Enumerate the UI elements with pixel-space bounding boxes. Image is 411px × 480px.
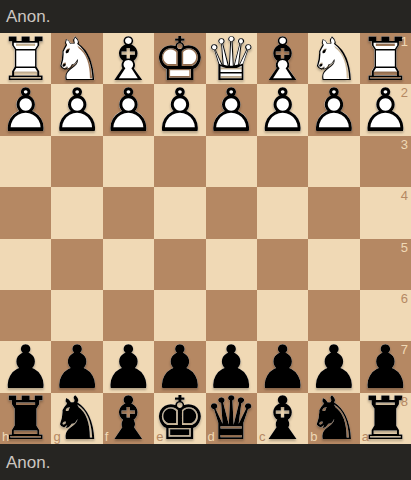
square-e8[interactable]: ♚♚e [154, 393, 205, 444]
square-b6[interactable] [308, 290, 359, 341]
square-f5[interactable] [103, 239, 154, 290]
piece-glyph-fill: ♚ [154, 33, 205, 84]
square-a6[interactable]: 6 [360, 290, 411, 341]
square-c6[interactable] [257, 290, 308, 341]
square-g1[interactable]: ♞♘ [51, 33, 102, 84]
coord-file-h: h [2, 430, 9, 443]
coord-file-d: d [208, 430, 215, 443]
piece-glyph-fill: ♝ [103, 33, 154, 84]
piece-glyph-fill: ♟ [308, 84, 359, 135]
square-g5[interactable] [51, 239, 102, 290]
piece-glyph-fill: ♜ [0, 393, 51, 444]
white-pawn-piece: ♟♙ [103, 84, 154, 135]
piece-glyph-outline: ♟ [51, 341, 102, 392]
piece-glyph-fill: ♟ [206, 341, 257, 392]
coord-rank-8: 8 [401, 395, 408, 408]
piece-glyph-outline: ♟ [154, 341, 205, 392]
piece-glyph-outline: ♖ [0, 33, 51, 84]
square-b1[interactable]: ♞♘ [308, 33, 359, 84]
square-h3[interactable] [0, 136, 51, 187]
piece-glyph-fill: ♟ [0, 341, 51, 392]
square-b8[interactable]: ♞♞b [308, 393, 359, 444]
black-king-piece: ♚♚ [154, 393, 205, 444]
player-bar-top: Anon. [0, 0, 411, 33]
piece-glyph-fill: ♟ [360, 84, 411, 135]
piece-glyph-fill: ♟ [257, 341, 308, 392]
piece-glyph-fill: ♞ [51, 393, 102, 444]
white-bishop-piece: ♝♗ [257, 33, 308, 84]
piece-glyph-outline: ♗ [257, 33, 308, 84]
square-b3[interactable] [308, 136, 359, 187]
square-f3[interactable] [103, 136, 154, 187]
piece-glyph-fill: ♟ [360, 341, 411, 392]
player-name-bottom: Anon. [6, 454, 50, 471]
white-pawn-piece: ♟♙ [308, 84, 359, 135]
square-c3[interactable] [257, 136, 308, 187]
square-c2[interactable]: ♟♙ [257, 84, 308, 135]
square-b4[interactable] [308, 187, 359, 238]
piece-glyph-fill: ♟ [103, 341, 154, 392]
square-a7[interactable]: ♟♟7 [360, 341, 411, 392]
piece-glyph-outline: ♙ [103, 84, 154, 135]
white-pawn-piece: ♟♙ [360, 84, 411, 135]
square-g8[interactable]: ♞♞g [51, 393, 102, 444]
black-pawn-piece: ♟♟ [51, 341, 102, 392]
square-c5[interactable] [257, 239, 308, 290]
piece-glyph-outline: ♖ [360, 33, 411, 84]
piece-glyph-outline: ♙ [154, 84, 205, 135]
piece-glyph-outline: ♟ [257, 341, 308, 392]
coord-rank-7: 7 [401, 343, 408, 356]
piece-glyph-outline: ♟ [0, 341, 51, 392]
square-f8[interactable]: ♝♝f [103, 393, 154, 444]
square-e2[interactable]: ♟♙ [154, 84, 205, 135]
black-bishop-piece: ♝♝ [257, 393, 308, 444]
coord-file-f: f [105, 430, 109, 443]
white-pawn-piece: ♟♙ [206, 84, 257, 135]
white-rook-piece: ♜♖ [0, 33, 51, 84]
square-c8[interactable]: ♝♝c [257, 393, 308, 444]
black-pawn-piece: ♟♟ [360, 341, 411, 392]
square-d2[interactable]: ♟♙ [206, 84, 257, 135]
white-rook-piece: ♜♖ [360, 33, 411, 84]
white-knight-piece: ♞♘ [51, 33, 102, 84]
piece-glyph-outline: ♘ [308, 33, 359, 84]
square-g7[interactable]: ♟♟ [51, 341, 102, 392]
piece-glyph-fill: ♝ [257, 33, 308, 84]
square-g3[interactable] [51, 136, 102, 187]
piece-glyph-fill: ♟ [257, 84, 308, 135]
coord-file-a: a [362, 430, 369, 443]
piece-glyph-fill: ♜ [360, 393, 411, 444]
square-d4[interactable] [206, 187, 257, 238]
square-h6[interactable] [0, 290, 51, 341]
square-h4[interactable] [0, 187, 51, 238]
piece-glyph-fill: ♞ [308, 393, 359, 444]
coord-rank-4: 4 [401, 189, 408, 202]
piece-glyph-fill: ♜ [360, 33, 411, 84]
square-h7[interactable]: ♟♟ [0, 341, 51, 392]
square-e1[interactable]: ♚♔ [154, 33, 205, 84]
square-f7[interactable]: ♟♟ [103, 341, 154, 392]
white-pawn-piece: ♟♙ [257, 84, 308, 135]
square-e5[interactable] [154, 239, 205, 290]
piece-glyph-fill: ♟ [103, 84, 154, 135]
square-c1[interactable]: ♝♗ [257, 33, 308, 84]
piece-glyph-outline: ♜ [360, 393, 411, 444]
coord-file-c: c [259, 430, 266, 443]
coord-rank-2: 2 [401, 86, 408, 99]
square-a8[interactable]: ♜♜8a [360, 393, 411, 444]
coord-file-e: e [156, 430, 163, 443]
piece-glyph-fill: ♛ [206, 393, 257, 444]
game-screen: Anon. ♜♖♞♘♝♗♚♔♛♕♝♗♞♘♜♖1♟♙♟♙♟♙♟♙♟♙♟♙♟♙♟♙2… [0, 0, 411, 480]
black-rook-piece: ♜♜ [0, 393, 51, 444]
square-a2[interactable]: ♟♙2 [360, 84, 411, 135]
square-d7[interactable]: ♟♟ [206, 341, 257, 392]
piece-glyph-outline: ♙ [206, 84, 257, 135]
coord-rank-6: 6 [401, 292, 408, 305]
piece-glyph-outline: ♞ [308, 393, 359, 444]
black-knight-piece: ♞♞ [51, 393, 102, 444]
piece-glyph-outline: ♕ [206, 33, 257, 84]
white-knight-piece: ♞♘ [308, 33, 359, 84]
piece-glyph-outline: ♟ [360, 341, 411, 392]
piece-glyph-outline: ♞ [51, 393, 102, 444]
coord-rank-1: 1 [401, 35, 408, 48]
black-bishop-piece: ♝♝ [103, 393, 154, 444]
square-d5[interactable] [206, 239, 257, 290]
square-e6[interactable] [154, 290, 205, 341]
piece-glyph-fill: ♝ [103, 393, 154, 444]
piece-glyph-outline: ♙ [360, 84, 411, 135]
square-h8[interactable]: ♜♜h [0, 393, 51, 444]
piece-glyph-outline: ♝ [103, 393, 154, 444]
player-bar-bottom: Anon. [0, 444, 411, 480]
square-d3[interactable] [206, 136, 257, 187]
white-pawn-piece: ♟♙ [51, 84, 102, 135]
square-a1[interactable]: ♜♖1 [360, 33, 411, 84]
piece-glyph-fill: ♞ [51, 33, 102, 84]
black-knight-piece: ♞♞ [308, 393, 359, 444]
black-pawn-piece: ♟♟ [103, 341, 154, 392]
piece-glyph-outline: ♘ [51, 33, 102, 84]
square-d1[interactable]: ♛♕ [206, 33, 257, 84]
square-f1[interactable]: ♝♗ [103, 33, 154, 84]
piece-glyph-outline: ♚ [154, 393, 205, 444]
black-queen-piece: ♛♛ [206, 393, 257, 444]
square-c7[interactable]: ♟♟ [257, 341, 308, 392]
piece-glyph-outline: ♟ [103, 341, 154, 392]
square-h2[interactable]: ♟♙ [0, 84, 51, 135]
square-f4[interactable] [103, 187, 154, 238]
piece-glyph-fill: ♜ [0, 33, 51, 84]
white-bishop-piece: ♝♗ [103, 33, 154, 84]
piece-glyph-outline: ♙ [308, 84, 359, 135]
square-c4[interactable] [257, 187, 308, 238]
player-name-top: Anon. [6, 8, 50, 25]
square-e7[interactable]: ♟♟ [154, 341, 205, 392]
square-f2[interactable]: ♟♙ [103, 84, 154, 135]
black-pawn-piece: ♟♟ [206, 341, 257, 392]
square-e3[interactable] [154, 136, 205, 187]
piece-glyph-fill: ♞ [308, 33, 359, 84]
piece-glyph-fill: ♟ [154, 84, 205, 135]
square-d8[interactable]: ♛♛d [206, 393, 257, 444]
coord-rank-3: 3 [401, 138, 408, 151]
piece-glyph-fill: ♟ [0, 84, 51, 135]
coord-file-b: b [310, 430, 317, 443]
square-h5[interactable] [0, 239, 51, 290]
piece-glyph-fill: ♟ [308, 341, 359, 392]
square-f6[interactable] [103, 290, 154, 341]
chess-board: ♜♖♞♘♝♗♚♔♛♕♝♗♞♘♜♖1♟♙♟♙♟♙♟♙♟♙♟♙♟♙♟♙23456♟♟… [0, 33, 411, 444]
black-rook-piece: ♜♜ [360, 393, 411, 444]
piece-glyph-fill: ♟ [51, 341, 102, 392]
black-pawn-piece: ♟♟ [0, 341, 51, 392]
piece-glyph-outline: ♜ [0, 393, 51, 444]
square-d6[interactable] [206, 290, 257, 341]
piece-glyph-fill: ♛ [206, 33, 257, 84]
square-g2[interactable]: ♟♙ [51, 84, 102, 135]
square-a3[interactable]: 3 [360, 136, 411, 187]
coord-rank-5: 5 [401, 241, 408, 254]
black-pawn-piece: ♟♟ [154, 341, 205, 392]
square-b7[interactable]: ♟♟ [308, 341, 359, 392]
piece-glyph-outline: ♝ [257, 393, 308, 444]
square-e4[interactable] [154, 187, 205, 238]
piece-glyph-outline: ♙ [257, 84, 308, 135]
white-king-piece: ♚♔ [154, 33, 205, 84]
black-pawn-piece: ♟♟ [308, 341, 359, 392]
piece-glyph-fill: ♟ [154, 341, 205, 392]
square-b5[interactable] [308, 239, 359, 290]
piece-glyph-outline: ♟ [206, 341, 257, 392]
white-queen-piece: ♛♕ [206, 33, 257, 84]
piece-glyph-outline: ♟ [308, 341, 359, 392]
white-pawn-piece: ♟♙ [154, 84, 205, 135]
square-h1[interactable]: ♜♖ [0, 33, 51, 84]
black-pawn-piece: ♟♟ [257, 341, 308, 392]
square-g6[interactable] [51, 290, 102, 341]
piece-glyph-outline: ♗ [103, 33, 154, 84]
square-g4[interactable] [51, 187, 102, 238]
white-pawn-piece: ♟♙ [0, 84, 51, 135]
piece-glyph-outline: ♔ [154, 33, 205, 84]
square-a5[interactable]: 5 [360, 239, 411, 290]
piece-glyph-outline: ♛ [206, 393, 257, 444]
piece-glyph-fill: ♝ [257, 393, 308, 444]
square-b2[interactable]: ♟♙ [308, 84, 359, 135]
coord-file-g: g [53, 430, 60, 443]
piece-glyph-fill: ♟ [206, 84, 257, 135]
piece-glyph-outline: ♙ [51, 84, 102, 135]
piece-glyph-fill: ♚ [154, 393, 205, 444]
square-a4[interactable]: 4 [360, 187, 411, 238]
piece-glyph-fill: ♟ [51, 84, 102, 135]
piece-glyph-outline: ♙ [0, 84, 51, 135]
